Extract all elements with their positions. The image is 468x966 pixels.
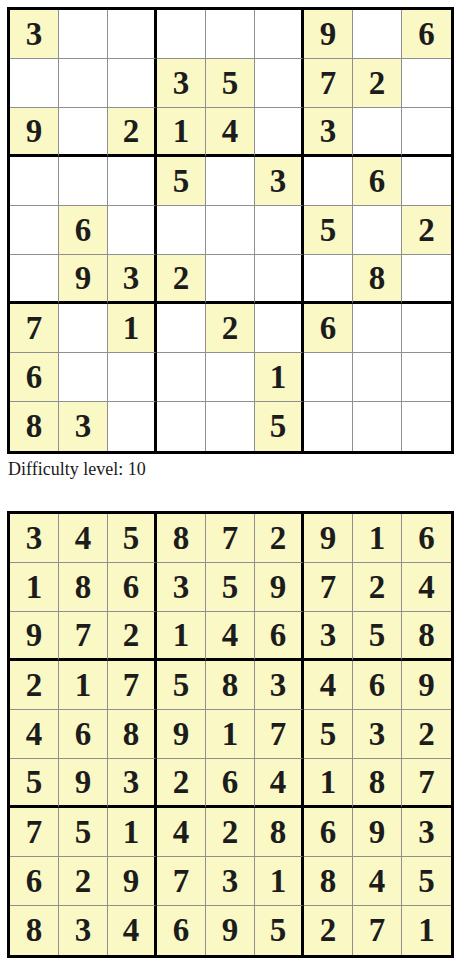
puzzle-cell-r9c7 xyxy=(304,402,353,451)
puzzle-cell-r6c5 xyxy=(206,255,255,304)
page: 3963572921435366529328712661835 Difficul… xyxy=(0,0,468,966)
solution-cell-r5c5: 1 xyxy=(206,710,255,759)
puzzle-cell-r5c4 xyxy=(157,206,206,255)
puzzle-cell-r1c2 xyxy=(59,10,108,59)
puzzle-cell-r4c8: 6 xyxy=(353,157,402,206)
solution-cell-r2c5: 5 xyxy=(206,563,255,612)
puzzle-cell-r6c7 xyxy=(304,255,353,304)
puzzle-cell-r1c7: 9 xyxy=(304,10,353,59)
puzzle-cell-r2c9 xyxy=(402,59,451,108)
puzzle-cell-r6c9 xyxy=(402,255,451,304)
solution-cell-r7c9: 3 xyxy=(402,808,451,857)
puzzle-cell-r8c3 xyxy=(108,353,157,402)
solution-cell-r4c5: 8 xyxy=(206,661,255,710)
solution-cell-r4c1: 2 xyxy=(10,661,59,710)
puzzle-cell-r6c6 xyxy=(255,255,304,304)
puzzle-cell-r9c5 xyxy=(206,402,255,451)
difficulty-label: Difficulty level: 10 xyxy=(8,459,457,480)
puzzle-cell-r3c1: 9 xyxy=(10,108,59,157)
solution-cell-r1c6: 2 xyxy=(255,514,304,563)
puzzle-cell-r2c6 xyxy=(255,59,304,108)
solution-cell-r6c6: 4 xyxy=(255,759,304,808)
puzzle-cell-r6c4: 2 xyxy=(157,255,206,304)
solution-cell-r1c4: 8 xyxy=(157,514,206,563)
puzzle-cell-r8c8 xyxy=(353,353,402,402)
solution-cell-r5c1: 4 xyxy=(10,710,59,759)
puzzle-cell-r7c3: 1 xyxy=(108,304,157,353)
puzzle-cell-r3c3: 2 xyxy=(108,108,157,157)
puzzle-cell-r9c2: 3 xyxy=(59,402,108,451)
solution-cell-r4c9: 9 xyxy=(402,661,451,710)
solution-cell-r6c5: 6 xyxy=(206,759,255,808)
solution-cell-r5c4: 9 xyxy=(157,710,206,759)
puzzle-cell-r9c1: 8 xyxy=(10,402,59,451)
solution-cell-r1c8: 1 xyxy=(353,514,402,563)
solution-cell-r6c4: 2 xyxy=(157,759,206,808)
puzzle-cell-r3c9 xyxy=(402,108,451,157)
puzzle-cell-r1c5 xyxy=(206,10,255,59)
solution-cell-r4c2: 1 xyxy=(59,661,108,710)
solution-cell-r1c1: 3 xyxy=(10,514,59,563)
puzzle-cell-r9c9 xyxy=(402,402,451,451)
solution-cell-r8c8: 4 xyxy=(353,857,402,906)
solution-cell-r8c4: 7 xyxy=(157,857,206,906)
puzzle-cell-r7c9 xyxy=(402,304,451,353)
puzzle-cell-r3c2 xyxy=(59,108,108,157)
solution-cell-r2c9: 4 xyxy=(402,563,451,612)
solution-cell-r9c9: 1 xyxy=(402,906,451,955)
puzzle-cell-r3c4: 1 xyxy=(157,108,206,157)
solution-cell-r9c7: 2 xyxy=(304,906,353,955)
solution-cell-r1c3: 5 xyxy=(108,514,157,563)
puzzle-cell-r8c4 xyxy=(157,353,206,402)
solution-cell-r7c7: 6 xyxy=(304,808,353,857)
puzzle-cell-r7c2 xyxy=(59,304,108,353)
solution-cell-r9c3: 4 xyxy=(108,906,157,955)
puzzle-cell-r4c1 xyxy=(10,157,59,206)
puzzle-cell-r5c6 xyxy=(255,206,304,255)
puzzle-cell-r1c6 xyxy=(255,10,304,59)
puzzle-cell-r1c1: 3 xyxy=(10,10,59,59)
puzzle-cell-r8c2 xyxy=(59,353,108,402)
puzzle-cell-r1c9: 6 xyxy=(402,10,451,59)
solution-cell-r1c9: 6 xyxy=(402,514,451,563)
solution-cell-r9c6: 5 xyxy=(255,906,304,955)
puzzle-cell-r5c2: 6 xyxy=(59,206,108,255)
puzzle-cell-r2c2 xyxy=(59,59,108,108)
solution-cell-r8c3: 9 xyxy=(108,857,157,906)
puzzle-cell-r8c6: 1 xyxy=(255,353,304,402)
puzzle-cell-r6c3: 3 xyxy=(108,255,157,304)
puzzle-cell-r2c1 xyxy=(10,59,59,108)
solution-cell-r5c6: 7 xyxy=(255,710,304,759)
solution-cell-r1c2: 4 xyxy=(59,514,108,563)
puzzle-cell-r5c9: 2 xyxy=(402,206,451,255)
solution-cell-r7c8: 9 xyxy=(353,808,402,857)
solution-cell-r5c9: 2 xyxy=(402,710,451,759)
solution-cell-r2c1: 1 xyxy=(10,563,59,612)
solution-cell-r2c2: 8 xyxy=(59,563,108,612)
puzzle-cell-r8c5 xyxy=(206,353,255,402)
puzzle-cell-r6c2: 9 xyxy=(59,255,108,304)
solution-board: 3458729161863597249721463582175834694689… xyxy=(7,511,454,958)
puzzle-cell-r4c3 xyxy=(108,157,157,206)
puzzle-cell-r1c3 xyxy=(108,10,157,59)
puzzle-board: 3963572921435366529328712661835 xyxy=(7,7,454,454)
solution-cell-r4c7: 4 xyxy=(304,661,353,710)
puzzle-cell-r2c7: 7 xyxy=(304,59,353,108)
puzzle-cell-r3c8 xyxy=(353,108,402,157)
solution-cell-r3c6: 6 xyxy=(255,612,304,661)
solution-cell-r6c2: 9 xyxy=(59,759,108,808)
puzzle-cell-r8c9 xyxy=(402,353,451,402)
solution-cell-r3c1: 9 xyxy=(10,612,59,661)
puzzle-cell-r9c3 xyxy=(108,402,157,451)
puzzle-cell-r3c6 xyxy=(255,108,304,157)
solution-cell-r6c8: 8 xyxy=(353,759,402,808)
puzzle-cell-r8c7 xyxy=(304,353,353,402)
puzzle-cell-r5c1 xyxy=(10,206,59,255)
puzzle-cell-r5c3 xyxy=(108,206,157,255)
solution-cell-r7c4: 4 xyxy=(157,808,206,857)
solution-cell-r9c1: 8 xyxy=(10,906,59,955)
solution-cell-r9c4: 6 xyxy=(157,906,206,955)
puzzle-cell-r4c2 xyxy=(59,157,108,206)
solution-cell-r6c7: 1 xyxy=(304,759,353,808)
solution-cell-r8c2: 2 xyxy=(59,857,108,906)
solution-cell-r4c8: 6 xyxy=(353,661,402,710)
solution-cell-r3c2: 7 xyxy=(59,612,108,661)
puzzle-cell-r9c6: 5 xyxy=(255,402,304,451)
solution-cell-r3c7: 3 xyxy=(304,612,353,661)
solution-cell-r7c5: 2 xyxy=(206,808,255,857)
puzzle-cell-r4c4: 5 xyxy=(157,157,206,206)
puzzle-cell-r4c9 xyxy=(402,157,451,206)
puzzle-cell-r1c4 xyxy=(157,10,206,59)
solution-cell-r5c8: 3 xyxy=(353,710,402,759)
solution-cell-r4c4: 5 xyxy=(157,661,206,710)
solution-cell-r1c7: 9 xyxy=(304,514,353,563)
puzzle-cell-r3c7: 3 xyxy=(304,108,353,157)
puzzle-cell-r7c6 xyxy=(255,304,304,353)
solution-cell-r8c6: 1 xyxy=(255,857,304,906)
solution-cell-r9c2: 3 xyxy=(59,906,108,955)
puzzle-cell-r7c7: 6 xyxy=(304,304,353,353)
solution-cell-r9c5: 9 xyxy=(206,906,255,955)
puzzle-cell-r3c5: 4 xyxy=(206,108,255,157)
solution-cell-r8c9: 5 xyxy=(402,857,451,906)
puzzle-cell-r7c4 xyxy=(157,304,206,353)
puzzle-cell-r1c8 xyxy=(353,10,402,59)
solution-cell-r2c8: 2 xyxy=(353,563,402,612)
puzzle-cell-r4c5 xyxy=(206,157,255,206)
solution-cell-r8c7: 8 xyxy=(304,857,353,906)
solution-cell-r7c2: 5 xyxy=(59,808,108,857)
puzzle-cell-r8c1: 6 xyxy=(10,353,59,402)
puzzle-cell-r6c8: 8 xyxy=(353,255,402,304)
solution-cell-r2c7: 7 xyxy=(304,563,353,612)
puzzle-cell-r5c7: 5 xyxy=(304,206,353,255)
puzzle-cell-r6c1 xyxy=(10,255,59,304)
puzzle-cell-r7c8 xyxy=(353,304,402,353)
puzzle-cell-r9c8 xyxy=(353,402,402,451)
solution-cell-r1c5: 7 xyxy=(206,514,255,563)
solution-cell-r6c9: 7 xyxy=(402,759,451,808)
solution-cell-r2c6: 9 xyxy=(255,563,304,612)
solution-cell-r5c3: 8 xyxy=(108,710,157,759)
solution-cell-r2c3: 6 xyxy=(108,563,157,612)
solution-cell-r6c1: 5 xyxy=(10,759,59,808)
solution-section: 3458729161863597249721463582175834694689… xyxy=(7,511,457,958)
solution-cell-r3c4: 1 xyxy=(157,612,206,661)
puzzle-cell-r9c4 xyxy=(157,402,206,451)
puzzle-cell-r2c4: 3 xyxy=(157,59,206,108)
solution-cell-r4c3: 7 xyxy=(108,661,157,710)
solution-cell-r6c3: 3 xyxy=(108,759,157,808)
solution-cell-r5c7: 5 xyxy=(304,710,353,759)
puzzle-cell-r2c5: 5 xyxy=(206,59,255,108)
puzzle-cell-r7c5: 2 xyxy=(206,304,255,353)
puzzle-cell-r4c7 xyxy=(304,157,353,206)
solution-cell-r3c8: 5 xyxy=(353,612,402,661)
solution-cell-r3c9: 8 xyxy=(402,612,451,661)
solution-cell-r3c5: 4 xyxy=(206,612,255,661)
solution-cell-r7c1: 7 xyxy=(10,808,59,857)
solution-cell-r8c1: 6 xyxy=(10,857,59,906)
solution-cell-r3c3: 2 xyxy=(108,612,157,661)
puzzle-cell-r2c3 xyxy=(108,59,157,108)
solution-cell-r2c4: 3 xyxy=(157,563,206,612)
solution-cell-r8c5: 3 xyxy=(206,857,255,906)
puzzle-cell-r7c1: 7 xyxy=(10,304,59,353)
solution-cell-r9c8: 7 xyxy=(353,906,402,955)
solution-cell-r5c2: 6 xyxy=(59,710,108,759)
solution-cell-r7c6: 8 xyxy=(255,808,304,857)
puzzle-cell-r4c6: 3 xyxy=(255,157,304,206)
puzzle-cell-r5c5 xyxy=(206,206,255,255)
puzzle-cell-r2c8: 2 xyxy=(353,59,402,108)
solution-cell-r4c6: 3 xyxy=(255,661,304,710)
puzzle-cell-r5c8 xyxy=(353,206,402,255)
solution-cell-r7c3: 1 xyxy=(108,808,157,857)
